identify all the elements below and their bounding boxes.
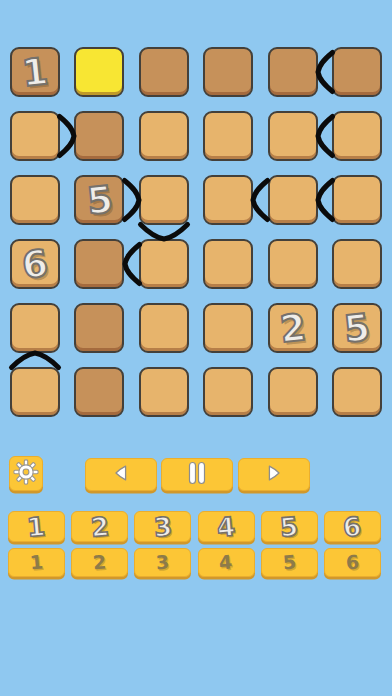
keypad-number: 1 — [29, 552, 44, 572]
note-button-4[interactable]: 4 — [198, 548, 255, 577]
cell-r6c4[interactable] — [203, 367, 253, 417]
back-triangle-icon — [110, 462, 132, 487]
number-button-3[interactable]: 3 — [134, 511, 191, 542]
settings-button[interactable] — [9, 456, 43, 491]
number-button-1[interactable]: 1 — [8, 511, 65, 542]
cell-r1c3[interactable] — [139, 47, 189, 97]
forward-button[interactable] — [238, 458, 310, 491]
keypad-number: 5 — [279, 513, 299, 540]
cell-r3c2[interactable]: 5 — [74, 175, 124, 225]
pause-button[interactable] — [161, 458, 233, 491]
cell-r5c5[interactable]: 2 — [268, 303, 318, 353]
cell-r6c2[interactable] — [74, 367, 124, 417]
cell-r3c4[interactable] — [203, 175, 253, 225]
cell-r6c3[interactable] — [139, 367, 189, 417]
note-button-6[interactable]: 6 — [324, 548, 381, 577]
forward-triangle-icon — [263, 462, 285, 487]
cell-r4c6[interactable] — [332, 239, 382, 289]
cell-r2c3[interactable] — [139, 111, 189, 161]
gear-icon — [13, 459, 39, 488]
cell-r3c5[interactable] — [268, 175, 318, 225]
keypad-number: 2 — [90, 513, 110, 540]
number-button-5[interactable]: 5 — [261, 511, 318, 542]
cell-r1c6[interactable] — [332, 47, 382, 97]
cell-r3c6[interactable] — [332, 175, 382, 225]
number-button-4[interactable]: 4 — [198, 511, 255, 542]
cell-r5c4[interactable] — [203, 303, 253, 353]
keypad-number: 6 — [345, 552, 360, 572]
cell-r2c1[interactable] — [10, 111, 60, 161]
keypad-number: 4 — [219, 552, 234, 572]
keypad-number: 1 — [26, 513, 46, 540]
cell-r3c3[interactable] — [139, 175, 189, 225]
cell-r1c5[interactable] — [268, 47, 318, 97]
given-number: 2 — [278, 308, 307, 347]
futoshiki-board: 15625 — [0, 47, 392, 419]
cell-r4c1[interactable]: 6 — [10, 239, 60, 289]
back-button[interactable] — [85, 458, 157, 491]
cell-r4c4[interactable] — [203, 239, 253, 289]
cell-r2c2[interactable] — [74, 111, 124, 161]
cell-r6c6[interactable] — [332, 367, 382, 417]
cell-r5c1[interactable] — [10, 303, 60, 353]
number-button-2[interactable]: 2 — [71, 511, 128, 542]
cell-r4c5[interactable] — [268, 239, 318, 289]
selected-cell-r1c2[interactable] — [74, 47, 124, 97]
given-number: 5 — [85, 180, 114, 219]
note-button-5[interactable]: 5 — [261, 548, 318, 577]
cell-r4c3[interactable] — [139, 239, 189, 289]
given-number: 1 — [20, 52, 49, 91]
cell-r4c2[interactable] — [74, 239, 124, 289]
keypad-number: 4 — [216, 513, 236, 540]
cell-r1c1[interactable]: 1 — [10, 47, 60, 97]
pause-icon — [185, 461, 209, 488]
keypad-number: 5 — [282, 552, 297, 572]
note-button-1[interactable]: 1 — [8, 548, 65, 577]
cell-r2c5[interactable] — [268, 111, 318, 161]
cell-r5c6[interactable]: 5 — [332, 303, 382, 353]
cell-r1c4[interactable] — [203, 47, 253, 97]
cell-r3c1[interactable] — [10, 175, 60, 225]
cell-r2c4[interactable] — [203, 111, 253, 161]
keypad-number: 3 — [153, 513, 173, 540]
cell-r6c5[interactable] — [268, 367, 318, 417]
note-button-3[interactable]: 3 — [134, 548, 191, 577]
cell-r5c3[interactable] — [139, 303, 189, 353]
given-number: 5 — [342, 308, 371, 347]
cell-r5c2[interactable] — [74, 303, 124, 353]
keypad-number: 3 — [155, 552, 170, 572]
note-button-2[interactable]: 2 — [71, 548, 128, 577]
given-number: 6 — [20, 244, 49, 283]
cell-r2c6[interactable] — [332, 111, 382, 161]
number-button-6[interactable]: 6 — [324, 511, 381, 542]
keypad-number: 2 — [92, 552, 107, 572]
cell-r6c1[interactable] — [10, 367, 60, 417]
keypad-number: 6 — [342, 513, 362, 540]
